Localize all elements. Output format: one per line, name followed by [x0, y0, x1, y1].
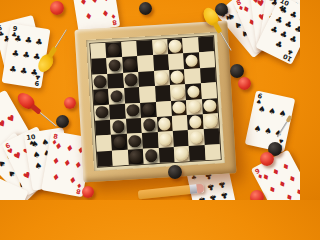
table-surface: ♥♥♥6♣6♣♣♣♣♣♣♣9♣9♣♣♣♣♣♣♣♣♣♣8♦8♦♦♦♦♦♦♦♦♦10…: [0, 0, 300, 200]
yellow-dart[interactable]: [35, 26, 72, 74]
black-checker-loose[interactable]: [168, 165, 182, 179]
red-checker-loose[interactable]: [64, 97, 76, 109]
red-dart[interactable]: [15, 90, 61, 131]
red-checker-loose[interactable]: [260, 152, 274, 166]
dart-needle-icon: [277, 122, 288, 138]
yellow-dart[interactable]: [276, 115, 292, 138]
dart-needle-icon: [220, 32, 232, 51]
black-checker-loose[interactable]: [230, 64, 244, 78]
dart-needle-icon: [55, 29, 68, 48]
pencil-shaft: [138, 185, 191, 199]
pencil[interactable]: [138, 184, 205, 200]
black-checker-loose[interactable]: [139, 2, 152, 15]
red-checker-loose[interactable]: [50, 1, 64, 15]
pencil-eraser: [196, 184, 204, 194]
dart-needle-icon: [40, 112, 57, 127]
red-checker-loose[interactable]: [250, 190, 264, 200]
props-layer: [0, 0, 300, 200]
red-checker-loose[interactable]: [82, 186, 94, 198]
red-checker-loose[interactable]: [238, 77, 251, 90]
